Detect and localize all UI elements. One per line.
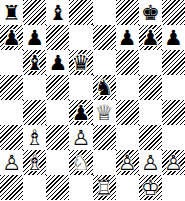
piece-white-bishop[interactable]: ♝♗	[23, 150, 46, 175]
piece-outline-layer: ♖	[93, 176, 116, 201]
piece-glyph: ♟	[69, 101, 92, 126]
square-h8[interactable]	[162, 0, 185, 25]
piece-black-pawn[interactable]: ♟	[46, 50, 69, 75]
square-f5[interactable]	[116, 75, 139, 100]
square-e3[interactable]	[93, 125, 116, 150]
piece-white-rook[interactable]: ♜♖	[93, 175, 116, 200]
piece-outline-layer: ♙	[0, 151, 23, 176]
square-h4[interactable]	[162, 100, 185, 125]
square-c3[interactable]	[46, 125, 69, 150]
piece-black-pawn[interactable]: ♟	[116, 25, 139, 50]
square-c1[interactable]	[46, 175, 69, 200]
piece-outline-layer: ♙	[69, 126, 92, 151]
piece-glyph: ♟	[116, 26, 139, 51]
piece-white-bishop[interactable]: ♝♗	[23, 125, 46, 150]
piece-outline-layer: ♙	[116, 151, 139, 176]
piece-black-bishop[interactable]: ♝	[46, 0, 69, 25]
square-d3[interactable]: ♟♙	[69, 125, 92, 150]
piece-white-pawn[interactable]: ♟♙	[116, 150, 139, 175]
square-c8[interactable]: ♝	[46, 0, 69, 25]
piece-glyph: ♚	[139, 1, 162, 26]
piece-outline-layer: ♙	[139, 151, 162, 176]
square-b2[interactable]: ♝♗	[23, 150, 46, 175]
square-f6[interactable]	[116, 50, 139, 75]
piece-white-queen[interactable]: ♛♕	[93, 100, 116, 125]
square-h3[interactable]	[162, 125, 185, 150]
square-c6[interactable]: ♟	[46, 50, 69, 75]
piece-white-king[interactable]: ♚♔	[139, 175, 162, 200]
piece-glyph: ♞	[93, 76, 116, 101]
piece-outline-layer: ♕	[93, 101, 116, 126]
square-h1[interactable]	[162, 175, 185, 200]
square-g8[interactable]: ♚	[139, 0, 162, 25]
piece-glyph: ♟	[139, 26, 162, 51]
piece-black-pawn[interactable]: ♟	[162, 25, 185, 50]
square-f8[interactable]	[116, 0, 139, 25]
square-b4[interactable]	[23, 100, 46, 125]
square-b8[interactable]	[23, 0, 46, 25]
piece-glyph: ♟	[46, 51, 69, 76]
piece-black-knight[interactable]: ♞	[93, 75, 116, 100]
square-d1[interactable]	[69, 175, 92, 200]
piece-glyph: ♟	[0, 26, 23, 51]
square-a4[interactable]	[0, 100, 23, 125]
square-g4[interactable]	[139, 100, 162, 125]
piece-black-pawn[interactable]: ♟	[69, 100, 92, 125]
square-e7[interactable]	[93, 25, 116, 50]
square-g2[interactable]: ♟♙	[139, 150, 162, 175]
square-h2[interactable]: ♟♙	[162, 150, 185, 175]
square-d8[interactable]	[69, 0, 92, 25]
piece-white-pawn[interactable]: ♟♙	[139, 150, 162, 175]
square-d4[interactable]: ♟	[69, 100, 92, 125]
piece-outline-layer: ♔	[139, 176, 162, 201]
square-f4[interactable]	[116, 100, 139, 125]
piece-glyph: ♝	[46, 1, 69, 26]
piece-black-rook[interactable]: ♜	[0, 0, 23, 25]
square-g6[interactable]	[139, 50, 162, 75]
square-a5[interactable]	[0, 75, 23, 100]
square-g5[interactable]	[139, 75, 162, 100]
square-b1[interactable]	[23, 175, 46, 200]
square-d7[interactable]	[69, 25, 92, 50]
piece-white-pawn[interactable]: ♟♙	[69, 125, 92, 150]
square-a1[interactable]	[0, 175, 23, 200]
square-e4[interactable]: ♛♕	[93, 100, 116, 125]
square-b7[interactable]: ♟	[23, 25, 46, 50]
piece-black-queen[interactable]: ♛	[69, 50, 92, 75]
square-e8[interactable]	[93, 0, 116, 25]
piece-glyph: ♟	[162, 26, 185, 51]
square-f3[interactable]	[116, 125, 139, 150]
square-f2[interactable]: ♟♙	[116, 150, 139, 175]
piece-glyph: ♛	[69, 51, 92, 76]
piece-black-pawn[interactable]: ♟	[0, 25, 23, 50]
square-d5[interactable]	[69, 75, 92, 100]
chess-board: ♜♝♚♟♟♟♟♟♝♟♛♞♟♛♕♝♗♟♙♟♙♝♗♞♘♟♙♟♙♟♙♜♖♚♔	[0, 0, 185, 200]
piece-glyph: ♜	[0, 1, 23, 26]
square-b5[interactable]	[23, 75, 46, 100]
square-g7[interactable]: ♟	[139, 25, 162, 50]
piece-white-pawn[interactable]: ♟♙	[162, 150, 185, 175]
square-e2[interactable]	[93, 150, 116, 175]
piece-outline-layer: ♗	[23, 151, 46, 176]
piece-white-knight[interactable]: ♞♘	[69, 150, 92, 175]
square-a3[interactable]	[0, 125, 23, 150]
square-d6[interactable]: ♛	[69, 50, 92, 75]
square-g3[interactable]	[139, 125, 162, 150]
square-c5[interactable]	[46, 75, 69, 100]
piece-black-bishop[interactable]: ♝	[23, 50, 46, 75]
square-a2[interactable]: ♟♙	[0, 150, 23, 175]
square-e5[interactable]: ♞	[93, 75, 116, 100]
square-h7[interactable]: ♟	[162, 25, 185, 50]
square-c4[interactable]	[46, 100, 69, 125]
piece-black-pawn[interactable]: ♟	[139, 25, 162, 50]
square-c2[interactable]	[46, 150, 69, 175]
piece-black-king[interactable]: ♚	[139, 0, 162, 25]
square-e1[interactable]: ♜♖	[93, 175, 116, 200]
piece-outline-layer: ♙	[162, 151, 185, 176]
square-e6[interactable]	[93, 50, 116, 75]
square-g1[interactable]: ♚♔	[139, 175, 162, 200]
square-a6[interactable]	[0, 50, 23, 75]
square-a7[interactable]: ♟	[0, 25, 23, 50]
square-h6[interactable]	[162, 50, 185, 75]
square-d2[interactable]: ♞♘	[69, 150, 92, 175]
piece-white-pawn[interactable]: ♟♙	[0, 150, 23, 175]
square-b3[interactable]: ♝♗	[23, 125, 46, 150]
square-b6[interactable]: ♝	[23, 50, 46, 75]
piece-outline-layer: ♘	[69, 151, 92, 176]
piece-glyph: ♟	[23, 26, 46, 51]
square-c7[interactable]	[46, 25, 69, 50]
square-h5[interactable]	[162, 75, 185, 100]
piece-black-pawn[interactable]: ♟	[23, 25, 46, 50]
square-a8[interactable]: ♜	[0, 0, 23, 25]
piece-outline-layer: ♗	[23, 126, 46, 151]
square-f7[interactable]: ♟	[116, 25, 139, 50]
square-f1[interactable]	[116, 175, 139, 200]
piece-glyph: ♝	[23, 51, 46, 76]
